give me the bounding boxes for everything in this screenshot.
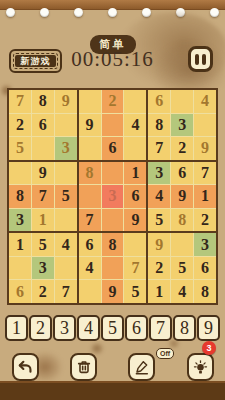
notebook-holes	[0, 8, 225, 17]
cell-r8c7[interactable]: 2	[148, 257, 170, 280]
cell-r6c6[interactable]: 9	[124, 209, 146, 232]
box-4: 987531	[9, 162, 77, 232]
numpad-key-7[interactable]: 7	[149, 315, 172, 341]
cell-r9c8[interactable]: 4	[171, 280, 193, 303]
cell-r9c3[interactable]: 7	[55, 280, 77, 303]
cell-r9c2[interactable]: 2	[32, 280, 54, 303]
cell-r4c7[interactable]: 3	[148, 162, 170, 185]
cell-r2c9[interactable]	[194, 114, 216, 137]
numpad-key-9[interactable]: 9	[197, 315, 220, 341]
cell-r8c5[interactable]	[102, 257, 124, 280]
cell-r3c4[interactable]	[79, 137, 101, 160]
cell-r5c1[interactable]: 8	[9, 185, 31, 208]
cell-r1c3[interactable]: 9	[55, 90, 77, 113]
cell-r8c9[interactable]: 6	[194, 257, 216, 280]
cell-r9c4[interactable]	[79, 280, 101, 303]
cell-r4c4[interactable]: 8	[79, 162, 101, 185]
box-9: 93256148	[148, 233, 216, 303]
cell-r3c5[interactable]: 6	[102, 137, 124, 160]
numpad-key-4[interactable]: 4	[77, 315, 100, 341]
cell-r1c5[interactable]: 2	[102, 90, 124, 113]
cell-r4c5[interactable]	[102, 162, 124, 185]
bottom-bar	[0, 381, 225, 400]
cell-r6c7[interactable]: 5	[148, 209, 170, 232]
cell-r5c6[interactable]: 6	[124, 185, 146, 208]
number-pad: 123456789	[0, 315, 225, 341]
cell-r4c1[interactable]	[9, 162, 31, 185]
cell-r6c1[interactable]: 3	[9, 209, 31, 232]
cell-r6c9[interactable]: 2	[194, 209, 216, 232]
pause-button[interactable]	[188, 46, 213, 72]
cell-r3c9[interactable]: 9	[194, 137, 216, 160]
numpad-key-1[interactable]: 1	[5, 315, 28, 341]
numpad-key-6[interactable]: 6	[125, 315, 148, 341]
cell-r9c1[interactable]: 6	[9, 280, 31, 303]
cell-r7c8[interactable]	[171, 233, 193, 256]
box-2: 2946	[79, 90, 147, 160]
delete-button[interactable]	[70, 353, 97, 381]
cell-r3c1[interactable]: 5	[9, 137, 31, 160]
cell-r9c7[interactable]: 1	[148, 280, 170, 303]
binder-hole	[176, 8, 185, 17]
cell-r6c8[interactable]: 8	[171, 209, 193, 232]
lightbulb-icon	[192, 359, 209, 376]
hint-count-badge: 3	[202, 341, 216, 355]
numpad-key-8[interactable]: 8	[173, 315, 196, 341]
cell-r1c9[interactable]: 4	[194, 90, 216, 113]
cell-r1c2[interactable]: 8	[32, 90, 54, 113]
cell-r7c1[interactable]: 1	[9, 233, 31, 256]
cell-r4c6[interactable]: 1	[124, 162, 146, 185]
pencil-state-badge: Off	[156, 348, 174, 359]
numpad-key-2[interactable]: 2	[29, 315, 52, 341]
box-5: 813679	[79, 162, 147, 232]
binder-hole	[108, 8, 117, 17]
cell-r1c1[interactable]: 7	[9, 90, 31, 113]
cell-r2c2[interactable]: 6	[32, 114, 54, 137]
cell-r8c6[interactable]: 7	[124, 257, 146, 280]
numpad-key-5[interactable]: 5	[101, 315, 124, 341]
cell-r5c2[interactable]: 7	[32, 185, 54, 208]
cell-r1c6[interactable]	[124, 90, 146, 113]
pause-icon	[195, 54, 199, 65]
binder-hole	[40, 8, 49, 17]
cell-r6c5[interactable]	[102, 209, 124, 232]
cell-r1c7[interactable]: 6	[148, 90, 170, 113]
cell-r4c3[interactable]	[55, 162, 77, 185]
cell-r8c8[interactable]: 5	[171, 257, 193, 280]
cell-r2c4[interactable]: 9	[79, 114, 101, 137]
cell-r6c3[interactable]	[55, 209, 77, 232]
cell-r8c3[interactable]	[55, 257, 77, 280]
box-1: 7892653	[9, 90, 77, 160]
hint-button[interactable]	[187, 353, 214, 381]
cell-r2c3[interactable]	[55, 114, 77, 137]
binder-hole	[142, 8, 151, 17]
cell-r3c7[interactable]: 7	[148, 137, 170, 160]
cell-r5c9[interactable]: 1	[194, 185, 216, 208]
pencil-icon	[134, 359, 150, 375]
binder-hole	[210, 8, 219, 17]
cell-r8c1[interactable]	[9, 257, 31, 280]
cell-r1c8[interactable]	[171, 90, 193, 113]
cell-r5c7[interactable]: 4	[148, 185, 170, 208]
cell-r9c6[interactable]: 5	[124, 280, 146, 303]
pencil-notes-button[interactable]	[128, 353, 155, 381]
box-7: 1543627	[9, 233, 77, 303]
cell-r7c7[interactable]: 9	[148, 233, 170, 256]
undo-icon	[17, 359, 34, 376]
cell-r2c5[interactable]	[102, 114, 124, 137]
cell-r9c9[interactable]: 8	[194, 280, 216, 303]
cell-r2c8[interactable]: 3	[171, 114, 193, 137]
cell-r4c9[interactable]: 7	[194, 162, 216, 185]
cell-r7c6[interactable]	[124, 233, 146, 256]
cell-r5c5[interactable]: 3	[102, 185, 124, 208]
cell-r4c2[interactable]: 9	[32, 162, 54, 185]
cell-r1c4[interactable]	[79, 90, 101, 113]
undo-button[interactable]	[12, 353, 39, 381]
cell-r2c1[interactable]: 2	[9, 114, 31, 137]
box-6: 367491582	[148, 162, 216, 232]
box-8: 684795	[79, 233, 147, 303]
box-3: 6483729	[148, 90, 216, 160]
cell-r3c2[interactable]	[32, 137, 54, 160]
cell-r7c3[interactable]: 4	[55, 233, 77, 256]
cell-r3c8[interactable]: 2	[171, 137, 193, 160]
trash-icon	[76, 359, 92, 375]
cell-r7c4[interactable]: 6	[79, 233, 101, 256]
cell-r7c5[interactable]: 8	[102, 233, 124, 256]
cell-r3c6[interactable]	[124, 137, 146, 160]
grunge-stain	[170, 340, 178, 347]
grunge-stain	[92, 344, 102, 353]
cell-r3c3[interactable]: 3	[55, 137, 77, 160]
cell-r4c8[interactable]: 6	[171, 162, 193, 185]
cell-r5c4[interactable]	[79, 185, 101, 208]
cell-r8c2[interactable]: 3	[32, 257, 54, 280]
cell-r5c3[interactable]: 5	[55, 185, 77, 208]
cell-r7c9[interactable]: 3	[194, 233, 216, 256]
cell-r7c2[interactable]: 5	[32, 233, 54, 256]
cell-r2c7[interactable]: 8	[148, 114, 170, 137]
cell-r5c8[interactable]: 9	[171, 185, 193, 208]
cell-r6c4[interactable]: 7	[79, 209, 101, 232]
numpad-key-3[interactable]: 3	[53, 315, 76, 341]
cell-r8c4[interactable]: 4	[79, 257, 101, 280]
binder-hole	[6, 8, 15, 17]
cell-r6c2[interactable]: 1	[32, 209, 54, 232]
cell-r2c6[interactable]: 4	[124, 114, 146, 137]
sudoku-board: 7892653294664837299875318136793674915821…	[7, 88, 218, 305]
binder-hole	[74, 8, 83, 17]
cell-r9c5[interactable]: 9	[102, 280, 124, 303]
